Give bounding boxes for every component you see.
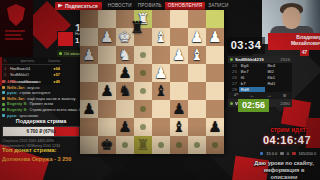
square-h5[interactable]	[206, 64, 224, 82]
square-a4[interactable]	[80, 82, 98, 100]
square-g1[interactable]	[188, 136, 206, 154]
piece-wN-c6[interactable]: ♞	[116, 46, 134, 64]
chess-board[interactable]: ♜♟♚♝♟♟♟♞♟♝♟♟♟♞♝♟♟♟♝♟♚♜♜	[80, 10, 224, 154]
square-h1[interactable]	[206, 136, 224, 154]
opponent-clock: 03:34	[227, 37, 265, 54]
legal-move-dot[interactable]	[194, 142, 200, 148]
square-g8[interactable]	[188, 10, 206, 28]
square-a3[interactable]: ♟	[80, 100, 98, 118]
square-b7[interactable]: ♟	[98, 28, 116, 46]
legal-move-dot[interactable]	[176, 142, 182, 148]
streamer-name-banner: Владимир Михайлович	[268, 33, 320, 50]
square-f8[interactable]	[170, 10, 188, 28]
legal-move-dot[interactable]	[140, 124, 146, 130]
square-a1[interactable]	[80, 136, 98, 154]
leaderboard-row: 1НикВоин04●64	[2, 65, 62, 72]
square-h6[interactable]	[206, 46, 224, 64]
viewers-icon	[260, 152, 264, 156]
legal-move-dot[interactable]	[122, 142, 128, 148]
streamer-face	[282, 7, 301, 29]
square-c5[interactable]: ♟	[116, 64, 134, 82]
legal-move-dot[interactable]	[140, 52, 146, 58]
lesson-announce: Даю уроки по скайпу, информация в описан…	[250, 160, 318, 180]
streamer-name-tag: 47	[300, 50, 309, 56]
square-f1[interactable]	[170, 136, 188, 154]
player-top-name: SedMikki4219	[235, 57, 278, 62]
player-bottom-rating: 2490	[280, 101, 290, 106]
mini-stat-value: 0	[287, 151, 289, 156]
piece-bP-a3[interactable]: ♟	[80, 100, 98, 118]
record-icon	[292, 152, 296, 156]
online-dot-icon	[230, 102, 233, 105]
square-b4[interactable]: ♟	[98, 82, 116, 100]
square-b8[interactable]	[98, 10, 116, 28]
tab-0[interactable]: НОВОСТИ	[105, 2, 135, 10]
header-bar: Подписаться НОВОСТИПРОФИЛЬОБНОВЛЕНИЯЗАПИ…	[55, 1, 232, 10]
square-b6[interactable]	[98, 46, 116, 64]
piece-bK-b1[interactable]: ♚	[98, 136, 116, 154]
square-a2[interactable]	[80, 118, 98, 136]
square-e7[interactable]: ♝	[152, 28, 170, 46]
top-donat-title: Топ донат стрима:	[2, 147, 57, 153]
square-f4[interactable]	[170, 82, 188, 100]
piece-bP-h2[interactable]: ♟	[206, 118, 224, 136]
piece-bP-c5[interactable]: ♟	[116, 64, 134, 82]
square-d5[interactable]	[134, 64, 152, 82]
square-c2[interactable]: ♟	[116, 118, 134, 136]
square-d6[interactable]	[134, 46, 152, 64]
donation-progress-text: 6 700 ₽ (67%)	[3, 127, 79, 136]
square-g5[interactable]	[188, 64, 206, 82]
square-e6[interactable]	[152, 46, 170, 64]
square-d4[interactable]	[134, 82, 152, 100]
square-a8[interactable]	[80, 10, 98, 28]
square-f3[interactable]: ♟	[170, 100, 188, 118]
square-e1[interactable]	[152, 136, 170, 154]
piece-wP-b7[interactable]: ♟	[98, 28, 116, 46]
square-f2[interactable]: ♝	[170, 118, 188, 136]
piece-bP-b4[interactable]: ♟	[98, 82, 116, 100]
square-e8[interactable]	[152, 10, 170, 28]
logo-text-bar	[5, 34, 21, 36]
square-d2[interactable]	[134, 118, 152, 136]
square-g3[interactable]	[188, 100, 206, 118]
mini-stat-value: 165/200 0	[299, 151, 317, 156]
header-tabs: НОВОСТИПРОФИЛЬОБНОВЛЕНИЯЗАПИСИ	[105, 2, 232, 10]
player-bar-top: SedMikki4219 2516	[228, 56, 292, 63]
square-f7[interactable]	[170, 28, 188, 46]
piece-wP-a6[interactable]: ♟	[80, 46, 98, 64]
square-e3[interactable]	[152, 100, 170, 118]
square-d3[interactable]	[134, 100, 152, 118]
square-a7[interactable]	[80, 28, 98, 46]
rules-dot-icon	[59, 52, 62, 55]
channel-emblem-icon	[7, 4, 25, 26]
move-list[interactable]: 24Bg6Be425Be7Bf226f6Kb127b7Rd128Rd8	[228, 63, 292, 92]
timer-accent-block	[58, 32, 73, 46]
square-b2[interactable]	[98, 118, 116, 136]
top-donat-value: Должнова Окружа - 3 250	[2, 156, 71, 162]
square-c6[interactable]: ♞	[116, 46, 134, 64]
square-a5[interactable]	[80, 64, 98, 82]
legal-move-dot[interactable]	[140, 106, 146, 112]
square-a6[interactable]: ♟	[80, 46, 98, 64]
square-e2[interactable]	[152, 118, 170, 136]
tab-2[interactable]: ОБНОВЛЕНИЯ	[165, 2, 206, 10]
square-g4[interactable]	[188, 82, 206, 100]
square-g7[interactable]: ♟	[188, 28, 206, 46]
square-g2[interactable]	[188, 118, 206, 136]
player-clock-active: 02:56	[238, 99, 269, 112]
stream-mini-stats: 15 0 00165/200 0	[258, 151, 318, 156]
support-block: Поддержка стрима 6 700 ₽ (67%) Сбербанк …	[2, 118, 80, 148]
piece-bR-d1-ghost[interactable]: ♜	[134, 136, 152, 154]
subscribe-label: Подписаться	[65, 3, 98, 9]
piece-bB-e4[interactable]: ♝	[152, 82, 170, 100]
donation-progress-bar: 6 700 ₽ (67%)	[2, 126, 80, 137]
legal-move-dot[interactable]	[140, 88, 146, 94]
tab-1[interactable]: ПРОФИЛЬ	[135, 2, 165, 10]
square-h8[interactable]	[206, 10, 224, 28]
player-top-rating: 2516	[280, 57, 290, 62]
logo-text-bar	[5, 30, 25, 32]
move-control-3[interactable]: ≡	[283, 92, 286, 99]
logo-text-bar	[5, 38, 23, 40]
square-h7[interactable]: ♟	[206, 28, 224, 46]
clock-icon	[280, 152, 284, 156]
square-h2[interactable]: ♟	[206, 118, 224, 136]
tab-3[interactable]: ЗАПИСИ	[205, 2, 231, 10]
dragged-piece-bR[interactable]: ♜	[130, 20, 144, 36]
square-b5[interactable]	[98, 64, 116, 82]
square-c1[interactable]	[116, 136, 134, 154]
square-e4[interactable]: ♝	[152, 82, 170, 100]
play-icon	[58, 4, 63, 8]
square-h4[interactable]	[206, 82, 224, 100]
piece-wP-h7[interactable]: ♟	[206, 28, 224, 46]
piece-wB-e7[interactable]: ♝	[152, 28, 170, 46]
square-b3[interactable]	[98, 100, 116, 118]
legal-move-dot[interactable]	[212, 142, 218, 148]
square-h3[interactable]	[206, 100, 224, 118]
legal-move-dot[interactable]	[140, 70, 146, 76]
square-c4[interactable]: ♞	[116, 82, 134, 100]
square-b1[interactable]: ♚	[98, 136, 116, 154]
leaderboard-row: 2SedMikkiО●57	[2, 72, 62, 79]
square-f6[interactable]: ♟	[170, 46, 188, 64]
channel-logo-panel	[0, 0, 33, 57]
square-e5[interactable]: ♟	[152, 64, 170, 82]
chat-list[interactable]: AXR:саловоооооNelle-3ar:вкуснорусь:стрим…	[2, 79, 82, 118]
square-c3[interactable]	[116, 100, 134, 118]
stream-running-label: стрим идет:	[260, 126, 318, 133]
piece-bP-c2[interactable]: ♟	[116, 118, 134, 136]
piece-bB-f2[interactable]: ♝	[170, 118, 188, 136]
mini-stat-value: 15 0 0	[266, 151, 277, 156]
square-d1[interactable]: ♜	[134, 136, 152, 154]
piece-bP-f3[interactable]: ♟	[170, 100, 188, 118]
piece-wB-g6[interactable]: ♝	[188, 46, 206, 64]
piece-wP-e5[interactable]: ♟	[152, 64, 170, 82]
piece-bN-c4[interactable]: ♞	[116, 82, 134, 100]
stream-uptime-timer: 04:16:47	[256, 134, 318, 146]
leaderboard-header: # зритель баллы	[2, 57, 62, 65]
piece-wP-f6[interactable]: ♟	[170, 46, 188, 64]
piece-wP-g7[interactable]: ♟	[188, 28, 206, 46]
square-g6[interactable]: ♝	[188, 46, 206, 64]
square-f5[interactable]	[170, 64, 188, 82]
legal-move-dot[interactable]	[158, 142, 164, 148]
support-title: Поддержка стрима	[2, 118, 80, 124]
online-dot-icon	[230, 58, 233, 61]
stream-screen: Подписаться НОВОСТИПРОФИЛЬОБНОВЛЕНИЯЗАПИ…	[0, 0, 320, 180]
subscribe-button[interactable]: Подписаться	[55, 2, 102, 10]
